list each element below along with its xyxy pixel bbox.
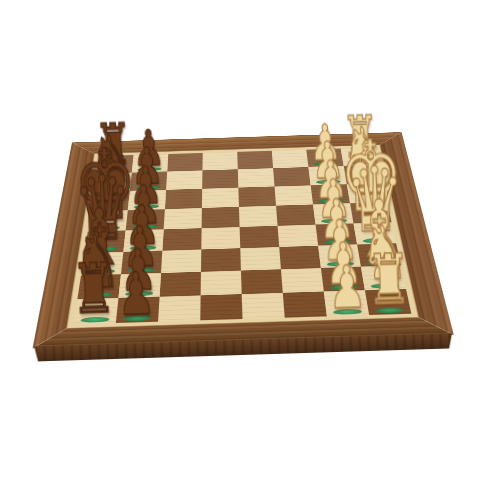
- squares-grid: ♜♟♟♜♞♟♟♞♝♟♟♝♚♟♟♚♛♟♟♛♝♟♟♝♞♟♟♞♜♟♟♜: [74, 147, 412, 324]
- chess-scene: ♜♟♟♜♞♟♟♞♝♟♟♝♚♟♟♚♛♟♟♛♝♟♟♝♞♟♟♞♜♟♟♜: [0, 0, 480, 480]
- square[interactable]: [161, 249, 201, 273]
- square[interactable]: [242, 293, 285, 319]
- square[interactable]: [240, 247, 281, 271]
- square[interactable]: [283, 292, 327, 318]
- square[interactable]: [278, 225, 319, 247]
- square[interactable]: ♜: [74, 298, 119, 324]
- square[interactable]: [279, 246, 321, 270]
- black-pawn[interactable]: ♟: [116, 265, 156, 322]
- square[interactable]: [238, 168, 275, 187]
- square[interactable]: [275, 185, 314, 205]
- square[interactable]: [281, 268, 324, 293]
- square[interactable]: [237, 151, 273, 170]
- square[interactable]: [240, 226, 280, 248]
- square[interactable]: ♟: [116, 297, 160, 323]
- square[interactable]: [165, 189, 202, 209]
- white-rook[interactable]: ♜: [366, 248, 413, 315]
- square[interactable]: [160, 272, 201, 297]
- chess-set-photo: ♜♟♟♜♞♟♟♞♝♟♟♝♚♟♟♚♛♟♟♛♝♟♟♝♞♟♟♞♜♟♟♜: [0, 0, 480, 480]
- square[interactable]: [201, 271, 242, 296]
- square[interactable]: [202, 169, 238, 188]
- square[interactable]: [276, 204, 316, 225]
- square[interactable]: [241, 269, 283, 294]
- square[interactable]: [167, 153, 203, 172]
- chess-board: ♜♟♟♜♞♟♟♞♝♟♟♝♚♟♟♚♛♟♟♛♝♟♟♝♞♟♟♞♜♟♟♜: [33, 132, 454, 348]
- square[interactable]: [158, 295, 201, 321]
- square[interactable]: ♜: [365, 289, 411, 315]
- square[interactable]: [166, 170, 202, 189]
- square[interactable]: [273, 167, 311, 186]
- square[interactable]: [238, 186, 276, 206]
- square[interactable]: [162, 228, 201, 250]
- square[interactable]: [239, 206, 278, 227]
- maple-border: ♜♟♟♜♞♟♟♞♝♟♟♝♚♟♟♚♛♟♟♛♝♟♟♝♞♟♟♞♜♟♟♜: [66, 145, 419, 329]
- square[interactable]: ♟: [324, 290, 369, 316]
- white-pawn[interactable]: ♟: [327, 259, 367, 316]
- black-rook[interactable]: ♜: [71, 257, 118, 324]
- square[interactable]: [202, 207, 240, 228]
- square[interactable]: [202, 188, 239, 208]
- square[interactable]: [202, 152, 237, 171]
- square[interactable]: [200, 294, 242, 320]
- square[interactable]: [164, 208, 202, 229]
- square[interactable]: [201, 248, 241, 272]
- square[interactable]: [272, 150, 309, 169]
- square[interactable]: [201, 227, 240, 249]
